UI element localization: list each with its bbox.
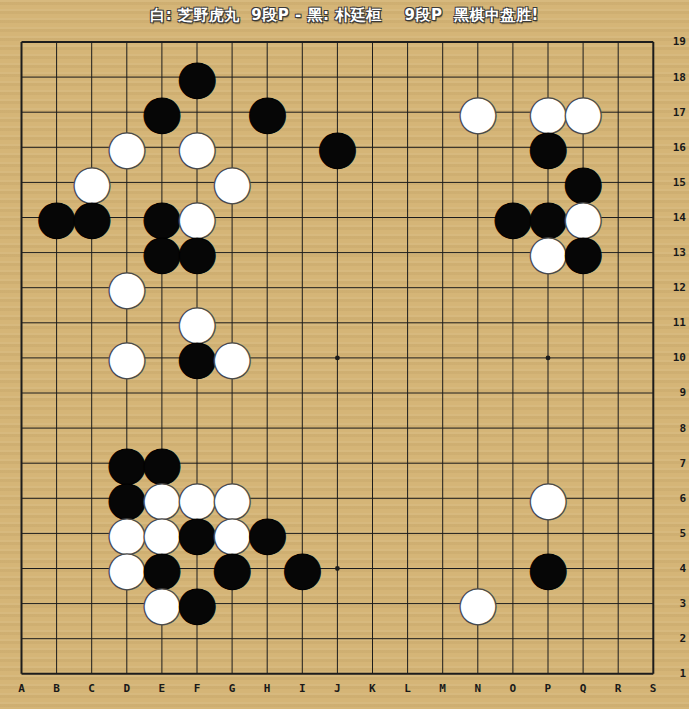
row-label-15: 15: [662, 165, 688, 200]
column-labels: ABCDEFGHIJKLMNOPQRS: [4, 682, 671, 695]
col-label-D: D: [109, 682, 144, 695]
row-label-1: 1: [662, 656, 688, 691]
row-label-8: 8: [662, 410, 688, 445]
stone-black: ●: [250, 515, 285, 550]
col-label-O: O: [495, 682, 530, 695]
row-label-17: 17: [662, 95, 688, 130]
stone-black: ●: [144, 234, 179, 269]
row-label-10: 10: [662, 340, 688, 375]
stone-white: ●: [460, 585, 495, 620]
col-label-H: H: [250, 682, 285, 695]
row-labels: 19181716151413121110987654321: [662, 24, 688, 691]
row-label-6: 6: [662, 481, 688, 516]
stone-black: ●: [179, 234, 214, 269]
stone-black: ●: [320, 129, 355, 164]
stone-white: ●: [215, 339, 250, 374]
stone-white: ●: [565, 94, 600, 129]
stone-black: ●: [74, 199, 109, 234]
col-label-B: B: [39, 682, 74, 695]
row-label-16: 16: [662, 130, 688, 165]
row-label-5: 5: [662, 516, 688, 551]
stone-black: ●: [215, 550, 250, 585]
row-label-2: 2: [662, 621, 688, 656]
row-label-11: 11: [662, 305, 688, 340]
row-label-19: 19: [662, 24, 688, 59]
col-label-G: G: [215, 682, 250, 695]
stone-black: ●: [250, 94, 285, 129]
col-label-J: J: [320, 682, 355, 695]
stone-black: ●: [179, 515, 214, 550]
col-label-R: R: [601, 682, 636, 695]
row-label-18: 18: [662, 60, 688, 95]
row-label-7: 7: [662, 446, 688, 481]
row-label-3: 3: [662, 586, 688, 621]
col-label-M: M: [425, 682, 460, 695]
stone-black: ●: [179, 585, 214, 620]
row-label-4: 4: [662, 551, 688, 586]
stone-white: ●: [144, 585, 179, 620]
col-label-F: F: [179, 682, 214, 695]
col-label-N: N: [460, 682, 495, 695]
col-label-A: A: [4, 682, 39, 695]
go-kifu-viewer: 白: 芝野虎丸 9段P - 黑: 朴廷桓 9段P 黑棋中盘胜! ●●●●●●●●…: [0, 0, 689, 709]
go-board[interactable]: ●●●●●●●●●●●●●●●●●●●●●●●●●●●●●●●●●●●●●●●●…: [4, 24, 671, 691]
stone-black: ●: [565, 234, 600, 269]
stone-white: ●: [530, 234, 565, 269]
stone-black: ●: [285, 550, 320, 585]
row-label-12: 12: [662, 270, 688, 305]
row-label-9: 9: [662, 375, 688, 410]
stone-white: ●: [109, 339, 144, 374]
col-label-K: K: [355, 682, 390, 695]
stone-black: ●: [495, 199, 530, 234]
stone-white: ●: [179, 129, 214, 164]
col-label-C: C: [74, 682, 109, 695]
col-label-L: L: [390, 682, 425, 695]
row-label-13: 13: [662, 235, 688, 270]
stone-black: ●: [179, 339, 214, 374]
stone-black: ●: [530, 129, 565, 164]
stone-white: ●: [215, 164, 250, 199]
stone-black: ●: [39, 199, 74, 234]
col-label-P: P: [530, 682, 565, 695]
stone-white: ●: [530, 480, 565, 515]
stone-white: ●: [460, 94, 495, 129]
col-label-Q: Q: [565, 682, 600, 695]
stone-black: ●: [144, 94, 179, 129]
stone-black: ●: [530, 550, 565, 585]
stone-black: ●: [179, 59, 214, 94]
stone-white: ●: [109, 269, 144, 304]
stone-white: ●: [109, 550, 144, 585]
col-label-E: E: [144, 682, 179, 695]
row-label-14: 14: [662, 200, 688, 235]
col-label-I: I: [285, 682, 320, 695]
stone-white: ●: [109, 129, 144, 164]
